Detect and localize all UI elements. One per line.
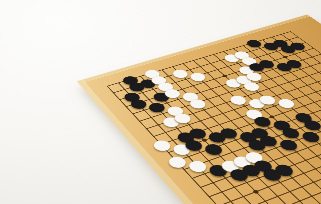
black-stone[interactable]: ● (280, 126, 299, 137)
white-stone[interactable]: ● (173, 112, 191, 123)
white-stone[interactable]: ● (219, 159, 239, 171)
black-stone[interactable]: ● (238, 130, 257, 141)
black-stone[interactable]: ● (252, 159, 272, 171)
black-stone[interactable]: ● (129, 98, 146, 108)
black-stone[interactable]: ● (207, 131, 226, 142)
black-stone[interactable]: ● (271, 119, 290, 130)
white-stone[interactable]: ● (188, 98, 206, 108)
go-board[interactable]: ●●●●●●●●●●●●●●●●●●●●●●●●●●●●●●●●●●●●●●●●… (85, 16, 321, 204)
white-stone[interactable]: ● (231, 155, 251, 167)
white-stone[interactable]: ● (228, 94, 246, 104)
white-stone[interactable]: ● (156, 81, 173, 91)
white-stone[interactable]: ● (152, 139, 171, 151)
black-stone[interactable]: ● (278, 138, 297, 150)
star-point (201, 138, 208, 142)
white-stone[interactable]: ● (242, 81, 259, 91)
black-stone[interactable]: ● (261, 167, 281, 180)
white-stone[interactable]: ● (181, 91, 198, 101)
star-point (269, 115, 275, 119)
black-stone[interactable]: ● (203, 142, 222, 154)
white-stone[interactable]: ● (276, 97, 294, 107)
black-stone[interactable]: ● (302, 119, 321, 130)
black-stone[interactable]: ● (147, 101, 165, 111)
white-stone[interactable]: ● (243, 150, 263, 162)
black-stone[interactable]: ● (228, 167, 248, 180)
star-point (252, 189, 259, 194)
black-stone[interactable]: ● (300, 130, 319, 141)
white-stone[interactable]: ● (163, 88, 180, 98)
board-grid[interactable]: ●●●●●●●●●●●●●●●●●●●●●●●●●●●●●●●●●●●●●●●●… (107, 31, 321, 204)
black-stone[interactable]: ● (183, 139, 202, 151)
black-stone[interactable]: ● (249, 127, 268, 138)
white-stone[interactable]: ● (247, 98, 265, 108)
black-stone[interactable]: ● (258, 134, 277, 145)
black-stone[interactable]: ● (252, 115, 271, 126)
black-stone[interactable]: ● (273, 163, 293, 176)
black-stone[interactable]: ● (240, 163, 260, 176)
black-stone[interactable]: ● (246, 138, 265, 150)
black-stone[interactable]: ● (207, 163, 227, 176)
black-stone[interactable]: ● (123, 91, 140, 101)
black-stone[interactable]: ● (218, 127, 237, 138)
white-stone[interactable]: ● (165, 105, 183, 115)
white-stone[interactable]: ● (167, 155, 186, 167)
white-stone[interactable]: ● (257, 94, 275, 104)
black-stone[interactable]: ● (176, 131, 195, 142)
black-stone[interactable]: ● (288, 41, 304, 49)
black-stone[interactable]: ● (284, 59, 301, 68)
black-stone[interactable]: ● (293, 111, 312, 122)
white-stone[interactable]: ● (171, 143, 190, 155)
go-board-photo: ●●●●●●●●●●●●●●●●●●●●●●●●●●●●●●●●●●●●●●●●… (0, 0, 321, 204)
white-stone[interactable]: ● (188, 71, 205, 80)
white-stone[interactable]: ● (187, 159, 207, 171)
star-point (157, 94, 163, 97)
white-stone[interactable]: ● (244, 108, 262, 118)
white-stone[interactable]: ● (161, 116, 179, 127)
black-stone[interactable]: ● (187, 127, 206, 138)
black-stone[interactable]: ● (152, 91, 169, 101)
